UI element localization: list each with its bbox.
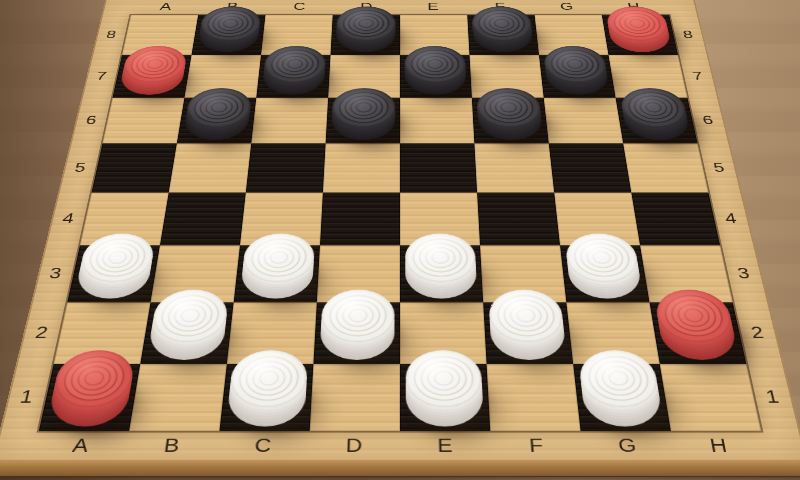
- file-label-bottom-B: B: [125, 434, 219, 457]
- square-G5[interactable]: [549, 143, 632, 192]
- file-label-bottom-E: E: [400, 434, 492, 457]
- square-C5[interactable]: [246, 143, 326, 192]
- square-D4[interactable]: [320, 193, 400, 246]
- file-label-top-A: A: [131, 0, 200, 12]
- square-G6[interactable]: [544, 98, 623, 144]
- file-label-top-E: E: [400, 0, 467, 12]
- square-F1[interactable]: [487, 364, 581, 431]
- rank-label-left-8: 8: [95, 28, 128, 41]
- piece-black-E7[interactable]: [404, 46, 466, 82]
- rank-label-left-2: 2: [21, 323, 63, 343]
- rank-label-right-7: 7: [681, 69, 715, 83]
- square-F5[interactable]: [474, 143, 554, 192]
- checkers-board: AABBCCDDEEFFGGHH8877665544332211: [0, 0, 800, 462]
- rank-label-right-1: 1: [751, 386, 795, 408]
- rank-label-left-6: 6: [74, 113, 109, 128]
- square-E5[interactable]: [400, 143, 477, 192]
- square-E6[interactable]: [400, 98, 474, 144]
- square-B1[interactable]: [129, 364, 227, 431]
- piece-black-D8[interactable]: [336, 6, 396, 40]
- square-H1[interactable]: [660, 364, 761, 431]
- square-A5[interactable]: [92, 143, 177, 192]
- file-label-bottom-H: H: [671, 434, 767, 457]
- rank-label-left-4: 4: [50, 210, 88, 227]
- square-A6[interactable]: [102, 98, 184, 144]
- rank-label-left-7: 7: [85, 69, 119, 83]
- square-D1[interactable]: [310, 364, 400, 431]
- file-label-bottom-G: G: [581, 434, 675, 457]
- square-H5[interactable]: [623, 143, 708, 192]
- rank-label-right-5: 5: [701, 160, 738, 176]
- rank-label-left-3: 3: [36, 264, 76, 283]
- rank-label-right-8: 8: [672, 28, 705, 41]
- rank-label-right-3: 3: [724, 264, 764, 283]
- file-label-top-C: C: [266, 0, 334, 12]
- file-label-top-G: G: [533, 0, 602, 12]
- file-label-bottom-D: D: [308, 434, 400, 457]
- rank-label-right-2: 2: [737, 323, 779, 343]
- file-label-bottom-A: A: [33, 434, 129, 457]
- square-D5[interactable]: [323, 143, 400, 192]
- rank-label-left-5: 5: [62, 160, 99, 176]
- rank-label-right-6: 6: [691, 113, 726, 128]
- table-background: AABBCCDDEEFFGGHH8877665544332211: [0, 0, 800, 480]
- board-front-edge: [0, 461, 800, 477]
- rank-label-left-1: 1: [5, 386, 49, 408]
- square-F4[interactable]: [477, 193, 560, 246]
- piece-black-D6[interactable]: [331, 88, 395, 127]
- file-label-bottom-C: C: [217, 434, 310, 457]
- square-B5[interactable]: [169, 143, 252, 192]
- square-C6[interactable]: [251, 98, 328, 144]
- rank-label-right-4: 4: [712, 210, 750, 227]
- piece-white-D2[interactable]: [320, 290, 394, 342]
- square-H4[interactable]: [631, 193, 720, 246]
- board-cast-shadow: [0, 476, 800, 480]
- square-B4[interactable]: [160, 193, 246, 246]
- file-label-bottom-F: F: [490, 434, 583, 457]
